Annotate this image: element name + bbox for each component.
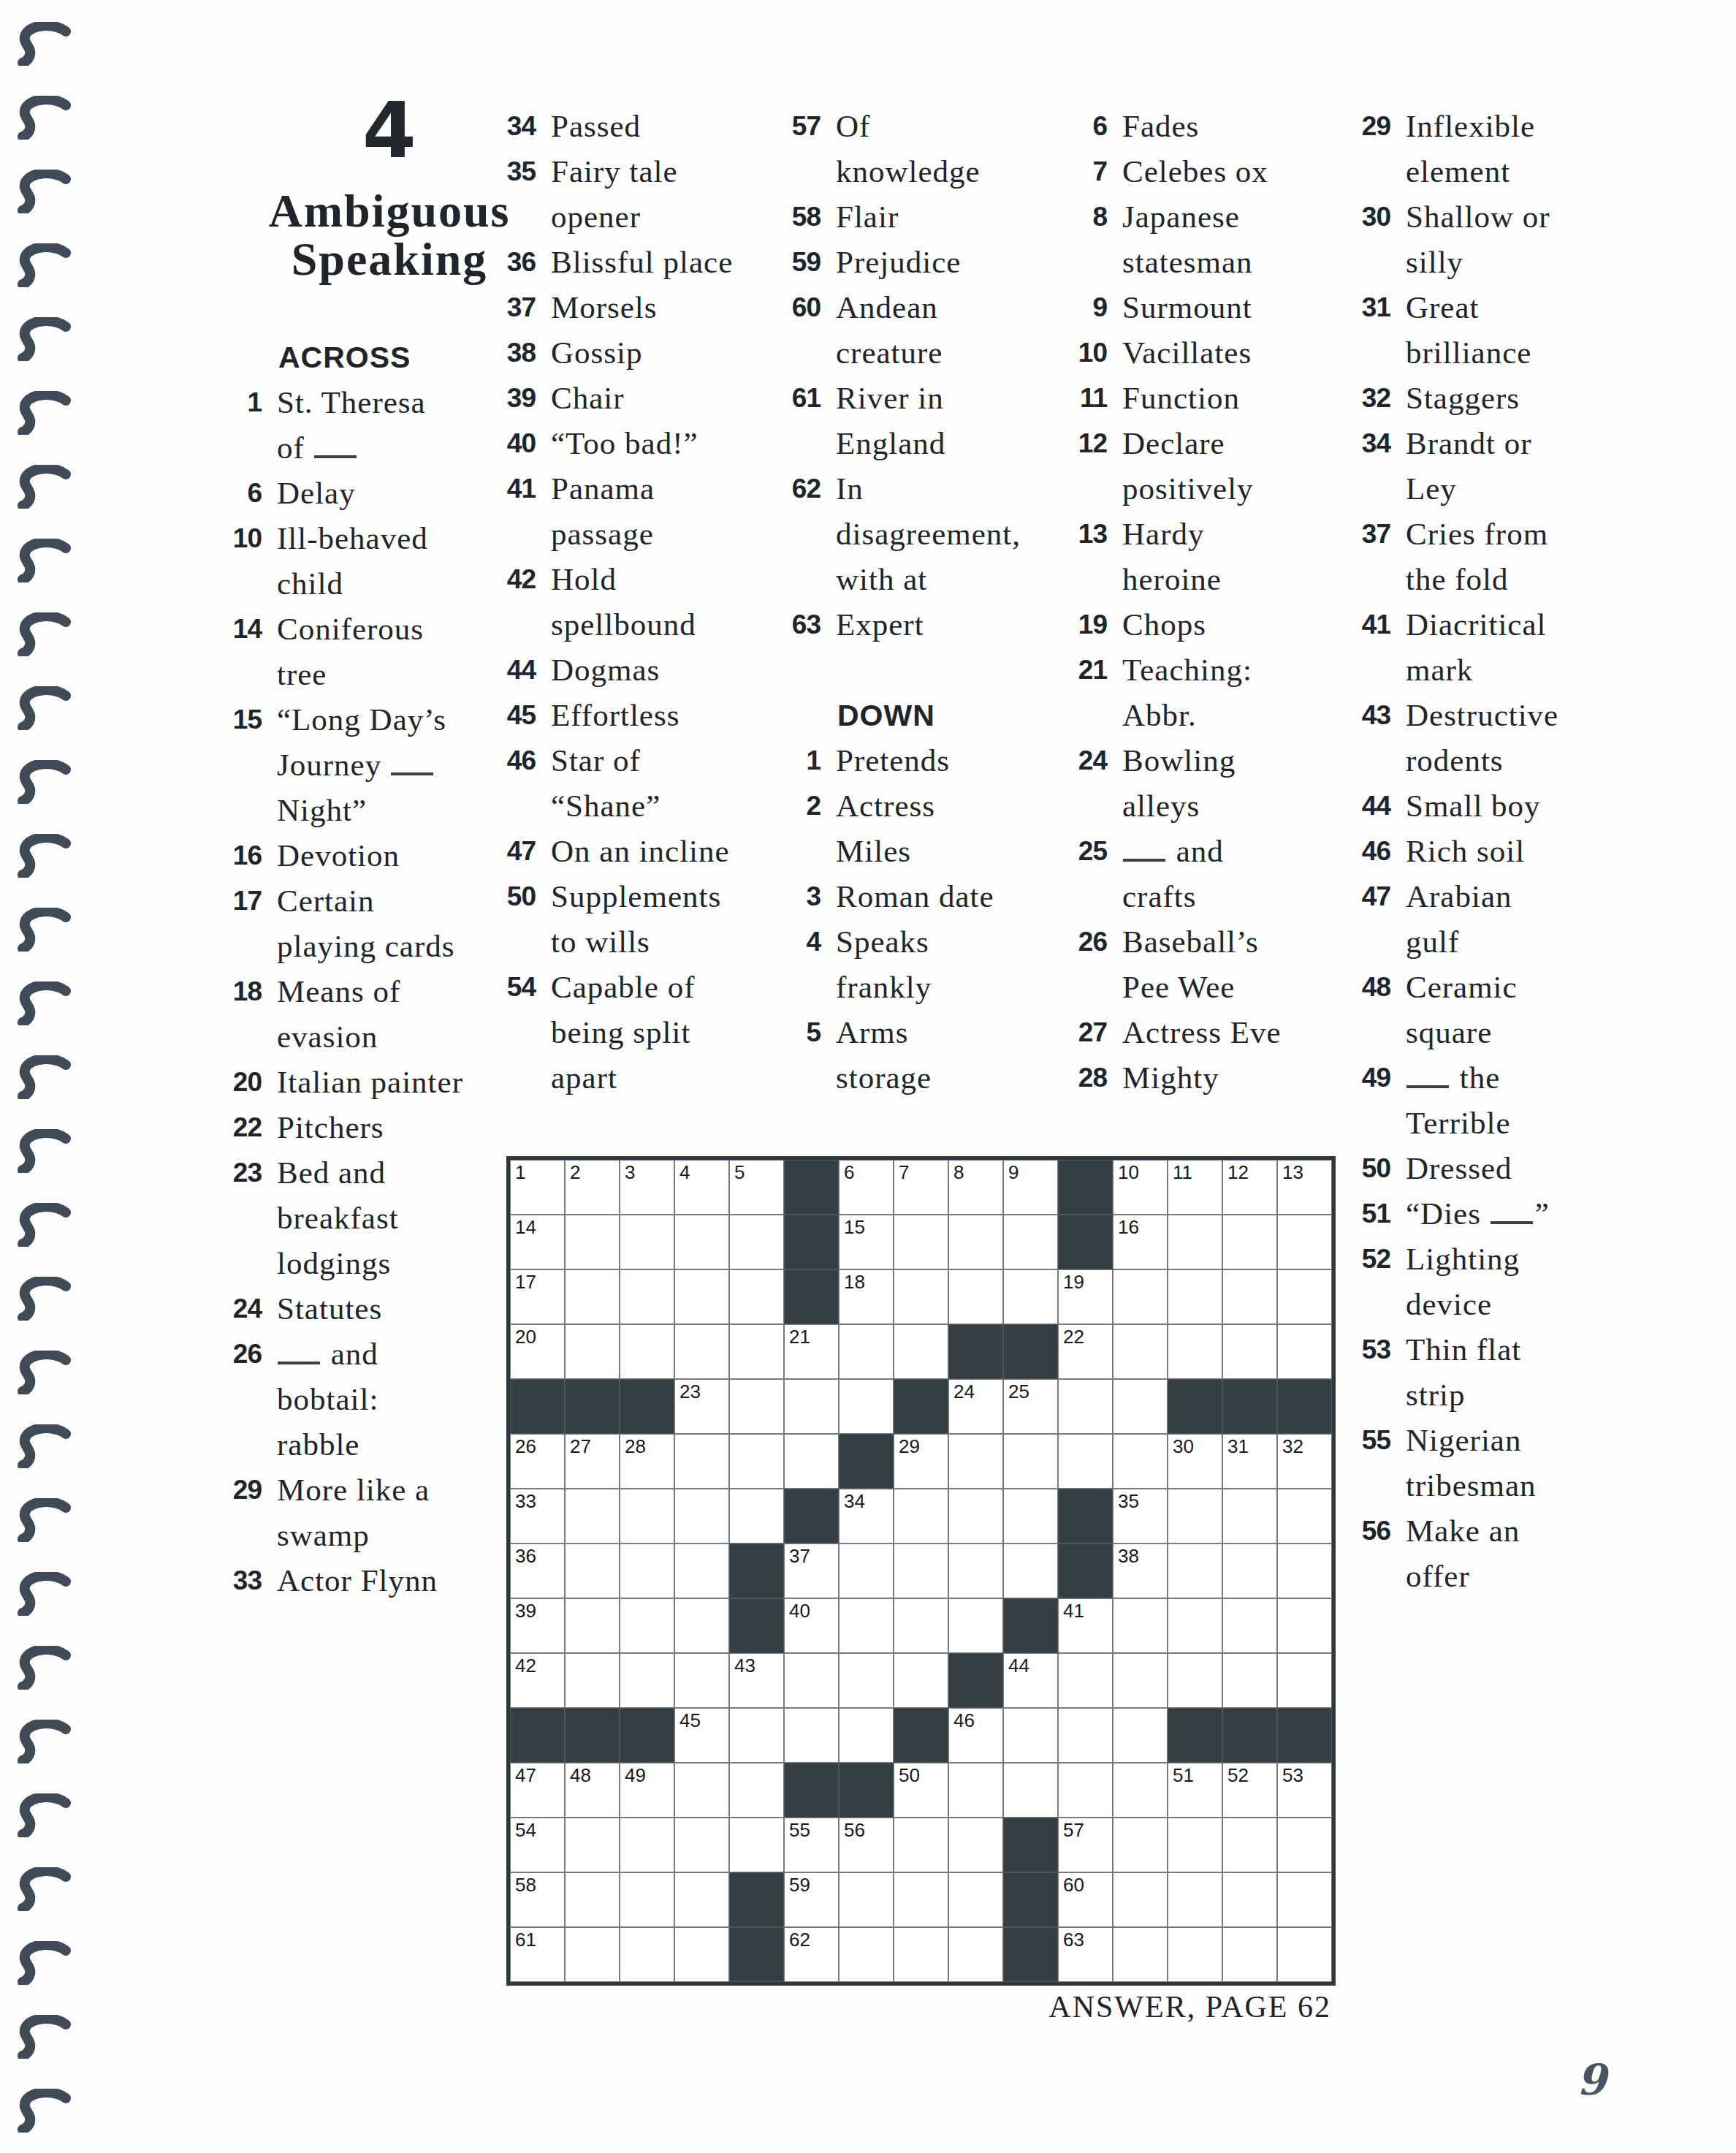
white-cell: 57 (1058, 1818, 1113, 1872)
clue-continuation: England (755, 421, 1021, 466)
clue-continuation: heroine (1041, 557, 1282, 602)
white-cell (620, 1324, 674, 1379)
black-cell (565, 1708, 620, 1763)
clue-text: rabble (277, 1422, 359, 1467)
cell-number: 6 (844, 1163, 854, 1182)
black-cell (784, 1763, 839, 1818)
clue-continuation: brilliance (1325, 330, 1558, 376)
clue-number: 58 (755, 194, 821, 240)
spiral-coil-icon (18, 170, 75, 213)
white-cell: 50 (894, 1763, 948, 1818)
cell-number: 3 (625, 1163, 635, 1182)
white-cell: 4 (674, 1160, 729, 1215)
white-cell (1277, 1653, 1332, 1708)
clue: 63Expert (755, 602, 1021, 648)
white-cell: 44 (1003, 1653, 1058, 1708)
clue-number: 54 (470, 965, 536, 1010)
clue-number (196, 335, 262, 380)
white-cell (1113, 1434, 1168, 1489)
cell-number: 59 (789, 1875, 810, 1894)
cell-number: 45 (679, 1711, 701, 1730)
cell-number: 28 (625, 1437, 646, 1456)
clue: 16Devotion (196, 833, 463, 878)
header-label: DOWN (837, 693, 935, 738)
cell-number: 12 (1227, 1163, 1249, 1182)
black-cell (729, 1927, 784, 1982)
clue-text: Destructive (1406, 693, 1558, 738)
clue-number (470, 194, 536, 240)
cell-number: 30 (1173, 1437, 1194, 1456)
white-cell (729, 1434, 784, 1489)
clue-number (196, 788, 262, 833)
clue-text: Coniferous (277, 607, 424, 652)
white-cell: 47 (510, 1763, 565, 1818)
clue-text: Cries from (1406, 512, 1548, 557)
cell-number: 61 (515, 1930, 536, 1949)
spiral-coil-icon (18, 1941, 75, 1985)
cell-number: 13 (1282, 1163, 1303, 1182)
clue-text: the fold (1406, 557, 1509, 602)
white-cell (894, 1818, 948, 1872)
clue-number: 6 (196, 471, 262, 516)
clue-number (755, 557, 821, 602)
fill-in-blank (278, 1358, 320, 1364)
clue-text: the (1406, 1055, 1500, 1101)
clue-text: Supplements (551, 874, 721, 919)
clue-continuation: playing cards (196, 924, 463, 969)
clue-text: Declare (1122, 421, 1225, 466)
clue-column-2: 34Passed35Fairy taleopener36Blissful pla… (470, 104, 733, 1101)
clue-text: opener (551, 194, 641, 240)
white-cell: 43 (729, 1653, 784, 1708)
white-cell (565, 1324, 620, 1379)
clue-number: 46 (470, 738, 536, 783)
spiral-coil-icon (18, 2015, 75, 2059)
clue-number (1325, 557, 1390, 602)
clue-text: statesman (1122, 240, 1253, 285)
white-cell: 59 (784, 1872, 839, 1927)
clue-text: On an incline (551, 829, 730, 874)
clue-number: 43 (1325, 693, 1390, 738)
clue-continuation: apart (470, 1055, 733, 1101)
clue: 44Small boy (1325, 783, 1558, 829)
black-cell (1168, 1379, 1222, 1434)
white-cell: 5 (729, 1160, 784, 1215)
clue-number: 10 (196, 516, 262, 561)
clue-continuation: Terrible (1325, 1101, 1558, 1146)
white-cell (948, 1763, 1003, 1818)
cell-number: 34 (844, 1492, 865, 1511)
white-cell (1058, 1653, 1113, 1708)
fill-in-blank (314, 452, 357, 458)
clue-text: Pee Wee (1122, 965, 1235, 1010)
black-cell (1003, 1324, 1058, 1379)
clue: 1St. Theresa (196, 380, 463, 425)
clue-text: playing cards (277, 924, 454, 969)
clue-continuation: Journey (196, 743, 463, 788)
white-cell (894, 1215, 948, 1269)
white-cell: 9 (1003, 1160, 1058, 1215)
white-cell: 38 (1113, 1543, 1168, 1598)
white-cell (948, 1215, 1003, 1269)
clue: 2Actress (755, 783, 1021, 829)
white-cell (1003, 1215, 1058, 1269)
white-cell: 18 (839, 1269, 894, 1324)
spiral-coil-icon (18, 1867, 75, 1911)
spiral-coil-icon (18, 1351, 75, 1394)
black-cell (948, 1324, 1003, 1379)
clue-number: 37 (470, 285, 536, 330)
clue-continuation: bobtail: (196, 1377, 463, 1422)
clue-number: 20 (196, 1060, 262, 1105)
spiral-coil-icon (18, 612, 75, 656)
cell-number: 31 (1227, 1437, 1249, 1456)
clue-number: 2 (755, 783, 821, 829)
white-cell: 39 (510, 1598, 565, 1653)
white-cell: 49 (620, 1763, 674, 1818)
cell-number: 18 (844, 1272, 865, 1291)
clue-number (196, 561, 262, 607)
clue-number (1041, 466, 1107, 512)
clue-text: Devotion (277, 833, 400, 878)
white-cell (1058, 1379, 1113, 1434)
clue-continuation: strip (1325, 1372, 1558, 1418)
clue: 13Hardy (1041, 512, 1282, 557)
clue-text: Gossip (551, 330, 642, 376)
white-cell (729, 1708, 784, 1763)
clue-number: 39 (470, 376, 536, 421)
clue-text: square (1406, 1010, 1492, 1055)
white-cell (1058, 1708, 1113, 1763)
cell-number: 44 (1008, 1656, 1029, 1675)
black-cell (948, 1653, 1003, 1708)
cell-number: 29 (899, 1437, 920, 1456)
cell-number: 42 (515, 1656, 536, 1675)
white-cell (674, 1269, 729, 1324)
white-cell (784, 1653, 839, 1708)
white-cell: 13 (1277, 1160, 1332, 1215)
black-cell (839, 1434, 894, 1489)
clue-text: evasion (277, 1014, 378, 1060)
black-cell (1222, 1379, 1277, 1434)
clue-text: and (277, 1332, 378, 1377)
clue-number (470, 1010, 536, 1055)
spiral-coil-icon (18, 1720, 75, 1763)
white-cell (620, 1598, 674, 1653)
clue-text: Actress Eve (1122, 1010, 1282, 1055)
white-cell (1222, 1543, 1277, 1598)
spiral-coil-icon (18, 1646, 75, 1690)
clue-continuation: Miles (755, 829, 1021, 874)
cell-number: 36 (515, 1546, 536, 1565)
white-cell (1113, 1927, 1168, 1982)
clue-text: Mighty (1122, 1055, 1219, 1101)
spiral-coil-icon (18, 834, 75, 878)
black-cell (894, 1379, 948, 1434)
white-cell (1277, 1489, 1332, 1543)
clue-text: Chops (1122, 602, 1206, 648)
white-cell: 17 (510, 1269, 565, 1324)
clue-number: 18 (196, 969, 262, 1014)
white-cell (1222, 1215, 1277, 1269)
white-cell (894, 1269, 948, 1324)
black-cell (1058, 1543, 1113, 1598)
clue-text: Celebes ox (1122, 149, 1268, 194)
clue-text: “Too bad!” (551, 421, 698, 466)
cell-number: 60 (1063, 1875, 1084, 1894)
clue: 25 and (1041, 829, 1282, 874)
white-cell (1222, 1269, 1277, 1324)
white-cell (1113, 1708, 1168, 1763)
clue-number: 11 (1041, 376, 1107, 421)
clue-text: Lighting (1406, 1237, 1520, 1282)
clue-number (470, 1055, 536, 1101)
white-cell: 30 (1168, 1434, 1222, 1489)
spiral-coil-icon (18, 1793, 75, 1837)
white-cell (674, 1872, 729, 1927)
black-cell (1003, 1872, 1058, 1927)
white-cell (1168, 1489, 1222, 1543)
clue-continuation: tree (196, 652, 463, 697)
white-cell (674, 1598, 729, 1653)
clue-text: device (1406, 1282, 1492, 1327)
clue-continuation: disagreement, (755, 512, 1021, 557)
clue-text: Andean (836, 285, 938, 330)
clue: 18Means of (196, 969, 463, 1014)
clue-number: 61 (755, 376, 821, 421)
white-cell (1277, 1269, 1332, 1324)
header-label: ACROSS (278, 335, 411, 380)
white-cell (894, 1927, 948, 1982)
spiral-coil-icon (18, 1572, 75, 1616)
white-cell: 53 (1277, 1763, 1332, 1818)
clue-number (1041, 965, 1107, 1010)
white-cell (1168, 1215, 1222, 1269)
clue: 28Mighty (1041, 1055, 1282, 1101)
clue-text: being split (551, 1010, 690, 1055)
clue-number (755, 829, 821, 874)
clue-continuation: frankly (755, 965, 1021, 1010)
clue-continuation: rodents (1325, 738, 1558, 783)
clue-number: 8 (1041, 194, 1107, 240)
clue-text: Prejudice (836, 240, 961, 285)
clue: 34Passed (470, 104, 733, 149)
white-cell: 26 (510, 1434, 565, 1489)
cell-number: 19 (1063, 1272, 1084, 1291)
clue: 38Gossip (470, 330, 733, 376)
spiral-coil-icon (18, 686, 75, 730)
clue-continuation: silly (1325, 240, 1558, 285)
white-cell (1222, 1872, 1277, 1927)
clue: 31Great (1325, 285, 1558, 330)
cell-number: 46 (953, 1711, 975, 1730)
white-cell: 33 (510, 1489, 565, 1543)
clue-number: 17 (196, 878, 262, 924)
clue-text: positively (1122, 466, 1254, 512)
clue-continuation: square (1325, 1010, 1558, 1055)
clue-text: Dressed (1406, 1146, 1512, 1191)
clue-number (196, 1422, 262, 1467)
clue: 12Declare (1041, 421, 1282, 466)
clue-text: Brandt or (1406, 421, 1532, 466)
white-cell (620, 1489, 674, 1543)
clue-text: Blissful place (551, 240, 733, 285)
white-cell (1168, 1872, 1222, 1927)
clue-number: 30 (1325, 194, 1390, 240)
clue-number: 48 (1325, 965, 1390, 1010)
clue-number (196, 924, 262, 969)
clue-number: 60 (755, 285, 821, 330)
clue-text: Journey (277, 743, 435, 788)
clue-continuation: tribesman (1325, 1463, 1558, 1508)
cell-number: 62 (789, 1930, 810, 1949)
clue-continuation: gulf (1325, 919, 1558, 965)
clue-number: 57 (755, 104, 821, 149)
white-cell (1058, 1434, 1113, 1489)
clue-continuation: lodgings (196, 1241, 463, 1286)
clue-number: 5 (755, 1010, 821, 1055)
clue: 44Dogmas (470, 648, 733, 693)
clue-text: rodents (1406, 738, 1504, 783)
clue-continuation: alleys (1041, 783, 1282, 829)
clue-text: Abbr. (1122, 693, 1197, 738)
white-cell: 41 (1058, 1598, 1113, 1653)
white-cell (1277, 1324, 1332, 1379)
white-cell: 24 (948, 1379, 1003, 1434)
white-cell (894, 1543, 948, 1598)
clue-number: 1 (196, 380, 262, 425)
clue-text: Hardy (1122, 512, 1204, 557)
clue: 30Shallow or (1325, 194, 1558, 240)
clue-text: St. Theresa (277, 380, 426, 425)
white-cell (565, 1543, 620, 1598)
spiral-coil-icon (18, 1424, 75, 1468)
spiral-coil-icon (18, 317, 75, 361)
clue: 34Brandt or (1325, 421, 1558, 466)
cell-number: 53 (1282, 1766, 1303, 1785)
spiral-binding (0, 0, 95, 2153)
spiral-coil-icon (18, 391, 75, 435)
clue-number: 14 (196, 607, 262, 652)
cell-number: 1 (515, 1163, 525, 1182)
white-cell: 25 (1003, 1379, 1058, 1434)
white-cell (729, 1379, 784, 1434)
clue-number: 46 (1325, 829, 1390, 874)
clue-number: 27 (1041, 1010, 1107, 1055)
white-cell: 45 (674, 1708, 729, 1763)
clue-text: Actress (836, 783, 935, 829)
white-cell (1113, 1379, 1168, 1434)
black-cell (729, 1543, 784, 1598)
white-cell (1277, 1543, 1332, 1598)
clue-number (470, 783, 536, 829)
white-cell (784, 1379, 839, 1434)
clue-text: Flair (836, 194, 899, 240)
white-cell (565, 1872, 620, 1927)
white-cell: 8 (948, 1160, 1003, 1215)
white-cell (620, 1818, 674, 1872)
black-cell (620, 1708, 674, 1763)
clue-number: 47 (1325, 874, 1390, 919)
spiral-coil-icon (18, 981, 75, 1025)
white-cell (839, 1324, 894, 1379)
cell-number: 40 (789, 1601, 810, 1620)
fill-in-blank (391, 769, 433, 775)
white-cell (839, 1598, 894, 1653)
clue-number: 38 (470, 330, 536, 376)
clue-column-4: 6Fades7Celebes ox8Japanesestatesman9Surm… (1041, 104, 1282, 1101)
white-cell (839, 1927, 894, 1982)
clue-number: 41 (1325, 602, 1390, 648)
white-cell (565, 1269, 620, 1324)
clue-number: 7 (1041, 149, 1107, 194)
white-cell: 46 (948, 1708, 1003, 1763)
clue-continuation: knowledge (755, 149, 1021, 194)
clue: 50Supplements (470, 874, 733, 919)
clue-text: Surmount (1122, 285, 1252, 330)
black-cell (1168, 1708, 1222, 1763)
clue-text: Dogmas (551, 648, 660, 693)
clue: 24Statutes (196, 1286, 463, 1332)
clue-continuation: mark (1325, 648, 1558, 693)
clue-text: Pretends (836, 738, 950, 783)
white-cell: 6 (839, 1160, 894, 1215)
white-cell (1277, 1598, 1332, 1653)
clue-number (1325, 648, 1390, 693)
clue: 60Andean (755, 285, 1021, 330)
clue-number (1325, 1101, 1390, 1146)
white-cell (1222, 1324, 1277, 1379)
clue-number: 26 (196, 1332, 262, 1377)
white-cell (565, 1927, 620, 1982)
clue-number: 42 (470, 557, 536, 602)
clue: 47Arabian (1325, 874, 1558, 919)
black-cell (1277, 1379, 1332, 1434)
clue-text: In (836, 466, 864, 512)
clue-continuation: Pee Wee (1041, 965, 1282, 1010)
clue: 51“Dies ” (1325, 1191, 1558, 1237)
clue-number (196, 1513, 262, 1558)
white-cell (1113, 1818, 1168, 1872)
black-cell (510, 1708, 565, 1763)
white-cell (674, 1324, 729, 1379)
black-cell (1058, 1160, 1113, 1215)
clue-number: 19 (1041, 602, 1107, 648)
white-cell (894, 1653, 948, 1708)
clue-text: England (836, 421, 945, 466)
clue: 29More like a (196, 1467, 463, 1513)
clue: 57Of (755, 104, 1021, 149)
white-cell: 60 (1058, 1872, 1113, 1927)
clue: 7Celebes ox (1041, 149, 1282, 194)
cell-number: 49 (625, 1766, 646, 1785)
white-cell: 22 (1058, 1324, 1113, 1379)
clue-continuation: child (196, 561, 463, 607)
clue: 24Bowling (1041, 738, 1282, 783)
cell-number: 63 (1063, 1930, 1084, 1949)
clue-text: brilliance (1406, 330, 1531, 376)
answer-note: ANSWER, PAGE 62 (804, 1989, 1331, 2024)
clue-text: “Shane” (551, 783, 660, 829)
clue-number (196, 1377, 262, 1422)
clue: 11Function (1041, 376, 1282, 421)
clue: 45Effortless (470, 693, 733, 738)
clue-number (755, 149, 821, 194)
clue-number (755, 421, 821, 466)
cell-number: 20 (515, 1327, 536, 1346)
clue: 53Thin flat (1325, 1327, 1558, 1372)
clue-number (1325, 1010, 1390, 1055)
